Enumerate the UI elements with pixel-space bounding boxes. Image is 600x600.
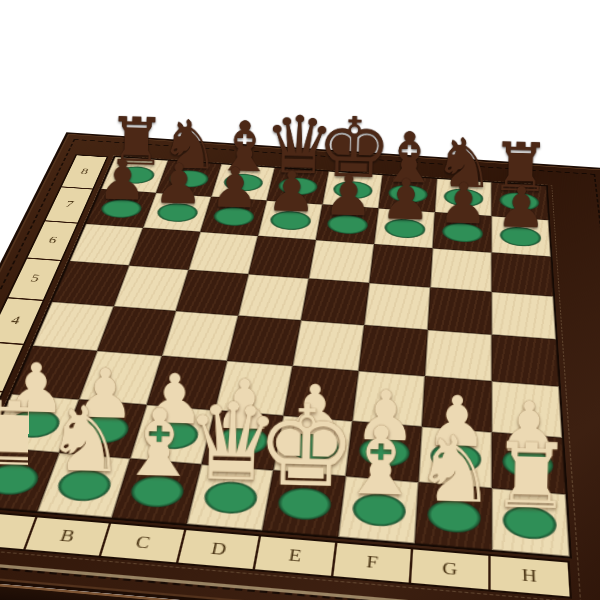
square-g5[interactable] (428, 287, 492, 334)
square-c5[interactable] (176, 270, 249, 316)
square-e8[interactable] (322, 171, 382, 208)
square-e5[interactable] (301, 279, 369, 326)
square-f5[interactable] (364, 283, 430, 330)
square-c7[interactable] (200, 197, 266, 236)
square-h5[interactable] (492, 292, 556, 340)
square-d7[interactable] (258, 201, 322, 240)
square-g8[interactable] (435, 179, 492, 216)
square-h7[interactable] (491, 216, 550, 257)
square-f7[interactable] (374, 208, 435, 248)
square-d8[interactable] (267, 168, 329, 205)
square-b8[interactable] (156, 161, 221, 197)
square-g7[interactable] (433, 212, 492, 252)
perspective-wrapper: 87654321 ABCDEFGH ♜♞♝♛♚♝♞♜♟♟♟♟♟♟♟♟♟♟♟♟♟♟… (0, 0, 600, 600)
square-h8[interactable] (491, 182, 548, 220)
square-c8[interactable] (211, 164, 275, 200)
square-d6[interactable] (248, 236, 315, 279)
square-h6[interactable] (492, 252, 554, 296)
square-d5[interactable] (238, 274, 309, 320)
square-f8[interactable] (378, 175, 436, 212)
square-f6[interactable] (369, 244, 432, 287)
chess-board: 87654321 ABCDEFGH ♜♞♝♛♚♝♞♜♟♟♟♟♟♟♟♟♟♟♟♟♟♟… (0, 132, 600, 600)
piece-glyph: ♜ (465, 430, 597, 523)
product-photo-canvas: 87654321 ABCDEFGH ♜♞♝♛♚♝♞♜♟♟♟♟♟♟♟♟♟♟♟♟♟♟… (0, 0, 600, 600)
square-c6[interactable] (189, 232, 258, 274)
piece-white-rook[interactable]: ♜ (492, 488, 570, 556)
square-e6[interactable] (309, 240, 374, 283)
square-g6[interactable] (430, 248, 491, 292)
square-e7[interactable] (316, 204, 379, 244)
